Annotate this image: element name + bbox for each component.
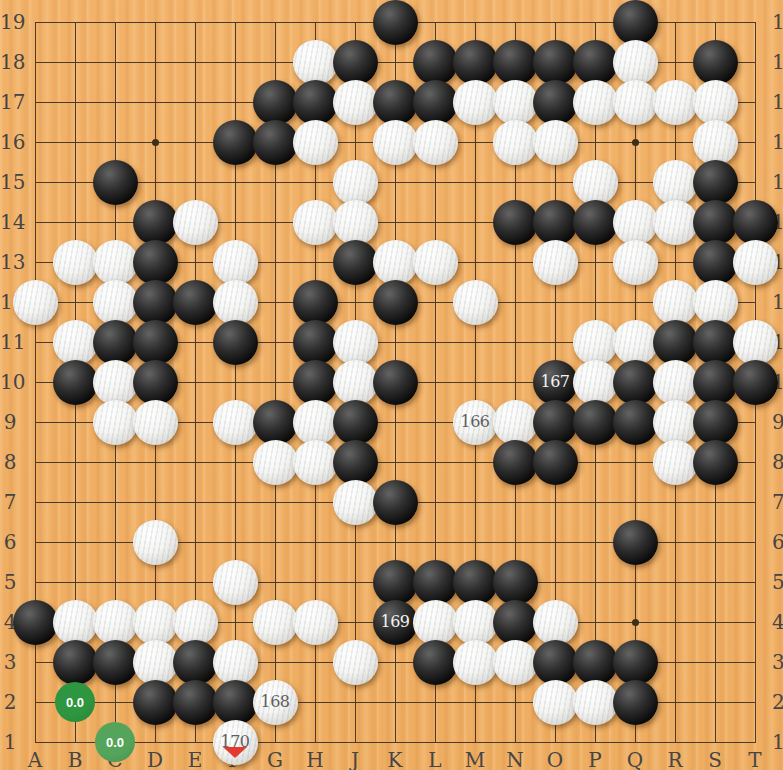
black-stone-L3 [413, 640, 458, 685]
black-stone-B3 [53, 640, 98, 685]
black-stone-D13 [133, 240, 178, 285]
black-stone-S14 [693, 200, 738, 245]
white-stone-F12 [213, 280, 258, 325]
column-label-K: K [383, 750, 407, 770]
white-stone-J15 [333, 160, 378, 205]
black-stone-E2 [173, 680, 218, 725]
row-label-right-1: 1 [772, 730, 783, 754]
row-label-right-4: 4 [772, 610, 783, 634]
white-stone-J11 [333, 320, 378, 365]
white-stone-D6 [133, 520, 178, 565]
white-stone-Q11 [613, 320, 658, 365]
white-stone-D9 [133, 400, 178, 445]
black-stone-M18 [453, 40, 498, 85]
black-stone-K7 [373, 480, 418, 525]
white-stone-R9 [653, 400, 698, 445]
black-stone-H17 [293, 80, 338, 125]
white-stone-O2 [533, 680, 578, 725]
row-label-left-19: 19 [0, 10, 20, 34]
black-stone-D14 [133, 200, 178, 245]
black-stone-D11 [133, 320, 178, 365]
white-stone-M4 [453, 600, 498, 645]
star-point-Q4 [632, 619, 639, 626]
row-label-left-1: 1 [0, 730, 20, 754]
white-stone-F5 [213, 560, 258, 605]
column-label-O: O [543, 750, 567, 770]
row-label-left-10: 10 [0, 370, 20, 394]
black-stone-C3 [93, 640, 138, 685]
black-stone-G17 [253, 80, 298, 125]
black-stone-O9 [533, 400, 578, 445]
row-label-left-13: 13 [0, 250, 20, 274]
black-stone-J8 [333, 440, 378, 485]
black-stone-M5 [453, 560, 498, 605]
row-label-left-9: 9 [0, 410, 20, 434]
white-stone-R8 [653, 440, 698, 485]
row-label-right-16: 16 [772, 130, 783, 154]
white-stone-B4 [53, 600, 98, 645]
black-stone-O18 [533, 40, 578, 85]
move-number-label-G2: 168 [260, 694, 289, 710]
black-stone-Q2 [613, 680, 658, 725]
black-stone-O17 [533, 80, 578, 125]
black-stone-A4 [13, 600, 58, 645]
black-stone-N5 [493, 560, 538, 605]
white-stone-P11 [573, 320, 618, 365]
white-stone-R15 [653, 160, 698, 205]
row-label-right-3: 3 [772, 650, 783, 674]
white-stone-P2 [573, 680, 618, 725]
white-stone-P17 [573, 80, 618, 125]
row-label-left-8: 8 [0, 450, 20, 474]
white-stone-N3 [493, 640, 538, 685]
black-stone-F11 [213, 320, 258, 365]
row-label-left-15: 15 [0, 170, 20, 194]
white-stone-C4 [93, 600, 138, 645]
black-stone-J18 [333, 40, 378, 85]
black-stone-F2 [213, 680, 258, 725]
black-stone-Q6 [613, 520, 658, 565]
white-stone-B11 [53, 320, 98, 365]
black-stone-S8 [693, 440, 738, 485]
black-stone-K5 [373, 560, 418, 605]
white-stone-H8 [293, 440, 338, 485]
white-stone-C10 [93, 360, 138, 405]
row-label-right-19: 19 [772, 10, 783, 34]
white-stone-G4 [253, 600, 298, 645]
white-stone-C13 [93, 240, 138, 285]
row-label-left-17: 17 [0, 90, 20, 114]
white-stone-E14 [173, 200, 218, 245]
row-label-right-6: 6 [772, 530, 783, 554]
black-stone-K10 [373, 360, 418, 405]
white-stone-K16 [373, 120, 418, 165]
white-stone-L4 [413, 600, 458, 645]
white-stone-O13 [533, 240, 578, 285]
row-label-right-7: 7 [772, 490, 783, 514]
last-move-marker [223, 747, 247, 758]
black-stone-T10 [733, 360, 778, 405]
column-label-E: E [183, 750, 207, 770]
black-stone-E12 [173, 280, 218, 325]
black-stone-S15 [693, 160, 738, 205]
black-stone-D12 [133, 280, 178, 325]
black-stone-N8 [493, 440, 538, 485]
column-label-L: L [423, 750, 447, 770]
white-stone-Q17 [613, 80, 658, 125]
column-label-S: S [703, 750, 727, 770]
black-stone-N14 [493, 200, 538, 245]
column-label-B: B [63, 750, 87, 770]
white-stone-H14 [293, 200, 338, 245]
black-stone-F16 [213, 120, 258, 165]
white-stone-F9 [213, 400, 258, 445]
white-stone-M17 [453, 80, 498, 125]
black-stone-K19 [373, 0, 418, 45]
row-label-left-11: 11 [0, 330, 20, 354]
white-stone-J7 [333, 480, 378, 525]
column-label-R: R [663, 750, 687, 770]
column-label-J: J [343, 750, 367, 770]
black-stone-C15 [93, 160, 138, 205]
white-stone-F13 [213, 240, 258, 285]
black-stone-H10 [293, 360, 338, 405]
black-stone-O8 [533, 440, 578, 485]
white-stone-J14 [333, 200, 378, 245]
white-stone-R17 [653, 80, 698, 125]
white-stone-D3 [133, 640, 178, 685]
white-stone-H16 [293, 120, 338, 165]
white-stone-J10 [333, 360, 378, 405]
row-label-right-9: 9 [772, 410, 783, 434]
column-label-N: N [503, 750, 527, 770]
white-stone-L16 [413, 120, 458, 165]
white-stone-T13 [733, 240, 778, 285]
white-stone-H18 [293, 40, 338, 85]
white-stone-R12 [653, 280, 698, 325]
white-stone-O4 [533, 600, 578, 645]
row-label-left-2: 2 [0, 690, 20, 714]
black-stone-O3 [533, 640, 578, 685]
row-label-left-5: 5 [0, 570, 20, 594]
black-stone-Q3 [613, 640, 658, 685]
white-stone-M9: 166 [453, 400, 498, 445]
row-label-right-17: 17 [772, 90, 783, 114]
column-label-M: M [463, 750, 487, 770]
column-label-D: D [143, 750, 167, 770]
black-stone-B10 [53, 360, 98, 405]
row-label-right-2: 2 [772, 690, 783, 714]
white-stone-M12 [453, 280, 498, 325]
white-stone-L13 [413, 240, 458, 285]
white-stone-J3 [333, 640, 378, 685]
white-stone-M3 [453, 640, 498, 685]
column-label-P: P [583, 750, 607, 770]
black-stone-S9 [693, 400, 738, 445]
row-label-left-7: 7 [0, 490, 20, 514]
black-stone-K12 [373, 280, 418, 325]
black-stone-H12 [293, 280, 338, 325]
white-stone-S12 [693, 280, 738, 325]
black-stone-P9 [573, 400, 618, 445]
column-label-H: H [303, 750, 327, 770]
row-label-right-8: 8 [772, 450, 783, 474]
star-point-Q16 [632, 139, 639, 146]
black-stone-C11 [93, 320, 138, 365]
white-stone-C12 [93, 280, 138, 325]
black-stone-L5 [413, 560, 458, 605]
black-stone-P14 [573, 200, 618, 245]
star-point-D16 [152, 139, 159, 146]
white-stone-H4 [293, 600, 338, 645]
row-label-right-5: 5 [772, 570, 783, 594]
white-stone-B13 [53, 240, 98, 285]
white-stone-N17 [493, 80, 538, 125]
row-label-right-18: 18 [772, 50, 783, 74]
white-stone-J17 [333, 80, 378, 125]
black-stone-Q19 [613, 0, 658, 45]
row-label-left-18: 18 [0, 50, 20, 74]
white-stone-D4 [133, 600, 178, 645]
black-stone-S13 [693, 240, 738, 285]
white-stone-S16 [693, 120, 738, 165]
black-stone-N18 [493, 40, 538, 85]
white-stone-P15 [573, 160, 618, 205]
black-stone-K4: 169 [373, 600, 418, 645]
black-stone-S18 [693, 40, 738, 85]
black-stone-D2 [133, 680, 178, 725]
black-stone-J9 [333, 400, 378, 445]
black-stone-Q10 [613, 360, 658, 405]
black-stone-R11 [653, 320, 698, 365]
black-stone-K17 [373, 80, 418, 125]
black-stone-S11 [693, 320, 738, 365]
black-stone-L17 [413, 80, 458, 125]
white-stone-N16 [493, 120, 538, 165]
white-stone-Q18 [613, 40, 658, 85]
black-stone-D10 [133, 360, 178, 405]
black-stone-Q9 [613, 400, 658, 445]
white-stone-T11 [733, 320, 778, 365]
white-stone-H9 [293, 400, 338, 445]
row-label-left-3: 3 [0, 650, 20, 674]
black-stone-S10 [693, 360, 738, 405]
white-stone-F3 [213, 640, 258, 685]
move-number-label-M9: 166 [460, 414, 489, 430]
move-number-label-K4: 169 [380, 614, 409, 630]
row-label-right-12: 12 [772, 290, 783, 314]
row-label-right-15: 15 [772, 170, 783, 194]
white-stone-Q14 [613, 200, 658, 245]
white-stone-Q13 [613, 240, 658, 285]
black-stone-G16 [253, 120, 298, 165]
column-label-T: T [743, 750, 767, 770]
black-stone-E3 [173, 640, 218, 685]
black-stone-G9 [253, 400, 298, 445]
white-stone-R14 [653, 200, 698, 245]
black-stone-O14 [533, 200, 578, 245]
black-stone-O10: 167 [533, 360, 578, 405]
row-label-left-14: 14 [0, 210, 20, 234]
white-stone-N9 [493, 400, 538, 445]
black-stone-P3 [573, 640, 618, 685]
white-stone-P10 [573, 360, 618, 405]
black-stone-N4 [493, 600, 538, 645]
white-stone-C9 [93, 400, 138, 445]
row-label-left-16: 16 [0, 130, 20, 154]
column-label-G: G [263, 750, 287, 770]
score-marker-C1: 0.0 [95, 722, 135, 762]
white-stone-E4 [173, 600, 218, 645]
white-stone-A12 [13, 280, 58, 325]
black-stone-H11 [293, 320, 338, 365]
white-stone-O16 [533, 120, 578, 165]
black-stone-L18 [413, 40, 458, 85]
column-label-Q: Q [623, 750, 647, 770]
white-stone-G2: 168 [253, 680, 298, 725]
row-label-left-6: 6 [0, 530, 20, 554]
black-stone-T14 [733, 200, 778, 245]
white-stone-S17 [693, 80, 738, 125]
white-stone-G8 [253, 440, 298, 485]
black-stone-J13 [333, 240, 378, 285]
score-marker-B2: 0.0 [55, 682, 95, 722]
column-label-A: A [23, 750, 47, 770]
black-stone-P18 [573, 40, 618, 85]
move-number-label-O10: 167 [540, 374, 569, 390]
white-stone-R10 [653, 360, 698, 405]
go-board[interactable]: 167166169168170 0.00.0 19191818171716161… [0, 0, 783, 770]
white-stone-K13 [373, 240, 418, 285]
